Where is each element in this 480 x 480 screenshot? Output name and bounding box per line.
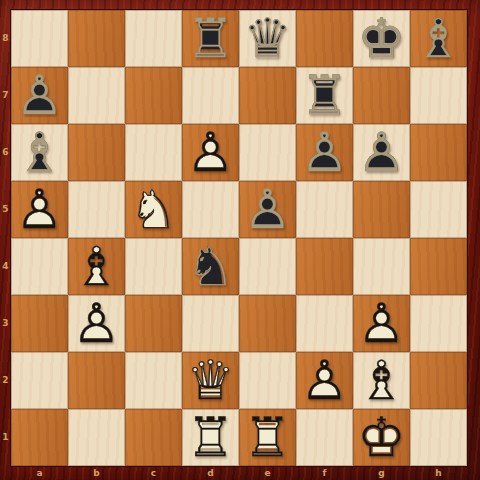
square-a4[interactable] [11,238,68,295]
piece-black-rook: ♜♖ [296,67,353,124]
square-g5[interactable] [353,181,410,238]
piece-black-rook: ♜♖ [182,10,239,67]
square-d6[interactable]: ♟♙ [182,124,239,181]
square-g8[interactable]: ♚♔ [353,10,410,67]
piece-glyph-fill: ♟ [182,124,239,181]
square-a2[interactable] [11,352,68,409]
square-h3[interactable] [410,295,467,352]
square-e2[interactable] [239,352,296,409]
square-b7[interactable] [68,67,125,124]
piece-glyph-fill: ♟ [68,295,125,352]
piece-white-bishop: ♝♗ [353,352,410,409]
piece-glyph-outline: ♙ [11,67,68,124]
piece-glyph-fill: ♜ [239,409,296,466]
square-e4[interactable] [239,238,296,295]
piece-glyph-outline: ♖ [182,409,239,466]
piece-glyph-outline: ♙ [182,124,239,181]
square-a5[interactable]: ♟♙ [11,181,68,238]
square-e7[interactable] [239,67,296,124]
piece-glyph-outline: ♙ [296,124,353,181]
piece-white-queen: ♛♕ [182,352,239,409]
piece-glyph-outline: ♖ [296,67,353,124]
square-c4[interactable] [125,238,182,295]
square-h2[interactable] [410,352,467,409]
square-a1[interactable] [11,409,68,466]
square-h1[interactable] [410,409,467,466]
piece-glyph-outline: ♘ [182,238,239,295]
square-d5[interactable] [182,181,239,238]
piece-glyph-outline: ♙ [353,295,410,352]
piece-white-pawn: ♟♙ [296,352,353,409]
square-c5[interactable]: ♞♘ [125,181,182,238]
piece-glyph-outline: ♗ [68,238,125,295]
piece-glyph-outline: ♖ [239,409,296,466]
piece-glyph-outline: ♙ [239,181,296,238]
piece-white-bishop: ♝♗ [68,238,125,295]
square-e3[interactable] [239,295,296,352]
rank-label-8: 8 [0,32,11,44]
square-a6[interactable]: ♝♗ [11,124,68,181]
piece-glyph-fill: ♞ [125,181,182,238]
square-b4[interactable]: ♝♗ [68,238,125,295]
square-h8[interactable]: ♝♗ [410,10,467,67]
square-h7[interactable] [410,67,467,124]
square-a7[interactable]: ♟♙ [11,67,68,124]
piece-white-pawn: ♟♙ [182,124,239,181]
piece-black-pawn: ♟♙ [239,181,296,238]
piece-glyph-outline: ♔ [353,10,410,67]
piece-black-knight: ♞♘ [182,238,239,295]
square-g3[interactable]: ♟♙ [353,295,410,352]
square-h6[interactable] [410,124,467,181]
square-h4[interactable] [410,238,467,295]
piece-glyph-fill: ♟ [11,67,68,124]
piece-glyph-outline: ♗ [353,352,410,409]
square-f8[interactable] [296,10,353,67]
file-label-a: a [11,467,68,480]
square-f1[interactable] [296,409,353,466]
file-label-e: e [239,467,296,480]
square-c1[interactable] [125,409,182,466]
piece-glyph-outline: ♕ [239,10,296,67]
square-g1[interactable]: ♚♔ [353,409,410,466]
piece-white-pawn: ♟♙ [353,295,410,352]
square-f7[interactable]: ♜♖ [296,67,353,124]
file-label-c: c [125,467,182,480]
square-c2[interactable] [125,352,182,409]
square-c6[interactable] [125,124,182,181]
piece-glyph-fill: ♟ [353,295,410,352]
piece-white-king: ♚♔ [353,409,410,466]
square-b3[interactable]: ♟♙ [68,295,125,352]
square-f2[interactable]: ♟♙ [296,352,353,409]
square-c7[interactable] [125,67,182,124]
piece-glyph-fill: ♝ [410,10,467,67]
board-frame: ♜♖♛♕♚♔♝♗♟♙♜♖♝♗♟♙♟♙♟♙♟♙♞♘♟♙♝♗♞♘♟♙♟♙♛♕♟♙♝♗… [0,0,480,480]
piece-white-pawn: ♟♙ [11,181,68,238]
square-e5[interactable]: ♟♙ [239,181,296,238]
square-b5[interactable] [68,181,125,238]
piece-glyph-fill: ♟ [353,124,410,181]
piece-black-bishop: ♝♗ [11,124,68,181]
rank-label-2: 2 [0,374,11,386]
piece-glyph-outline: ♔ [353,409,410,466]
piece-glyph-fill: ♟ [11,181,68,238]
square-g4[interactable] [353,238,410,295]
piece-glyph-outline: ♗ [410,10,467,67]
square-e1[interactable]: ♜♖ [239,409,296,466]
file-label-d: d [182,467,239,480]
piece-glyph-outline: ♙ [353,124,410,181]
square-f4[interactable] [296,238,353,295]
rank-label-7: 7 [0,89,11,101]
piece-glyph-fill: ♞ [182,238,239,295]
piece-glyph-outline: ♗ [11,124,68,181]
piece-glyph-fill: ♜ [296,67,353,124]
square-b8[interactable] [68,10,125,67]
piece-black-queen: ♛♕ [239,10,296,67]
square-b2[interactable] [68,352,125,409]
square-c3[interactable] [125,295,182,352]
square-e8[interactable]: ♛♕ [239,10,296,67]
piece-glyph-outline: ♙ [11,181,68,238]
square-b6[interactable] [68,124,125,181]
rank-label-4: 4 [0,260,11,272]
piece-black-bishop: ♝♗ [410,10,467,67]
square-f6[interactable]: ♟♙ [296,124,353,181]
piece-glyph-outline: ♖ [182,10,239,67]
piece-glyph-fill: ♛ [182,352,239,409]
file-label-f: f [296,467,353,480]
square-a3[interactable] [11,295,68,352]
square-f5[interactable] [296,181,353,238]
square-b1[interactable] [68,409,125,466]
square-g2[interactable]: ♝♗ [353,352,410,409]
chess-board: ♜♖♛♕♚♔♝♗♟♙♜♖♝♗♟♙♟♙♟♙♟♙♞♘♟♙♝♗♞♘♟♙♟♙♛♕♟♙♝♗… [11,10,467,466]
piece-glyph-fill: ♟ [296,352,353,409]
piece-black-pawn: ♟♙ [353,124,410,181]
square-e6[interactable] [239,124,296,181]
rank-label-6: 6 [0,146,11,158]
piece-glyph-fill: ♚ [353,10,410,67]
rank-label-5: 5 [0,203,11,215]
piece-glyph-outline: ♘ [125,181,182,238]
square-d1[interactable]: ♜♖ [182,409,239,466]
piece-glyph-fill: ♚ [353,409,410,466]
square-d7[interactable] [182,67,239,124]
piece-white-rook: ♜♖ [182,409,239,466]
piece-glyph-outline: ♙ [68,295,125,352]
square-d3[interactable] [182,295,239,352]
piece-black-pawn: ♟♙ [11,67,68,124]
square-d2[interactable]: ♛♕ [182,352,239,409]
piece-glyph-fill: ♛ [239,10,296,67]
square-d8[interactable]: ♜♖ [182,10,239,67]
square-g6[interactable]: ♟♙ [353,124,410,181]
piece-white-knight: ♞♘ [125,181,182,238]
rank-label-3: 3 [0,317,11,329]
piece-glyph-fill: ♟ [296,124,353,181]
piece-glyph-fill: ♝ [353,352,410,409]
piece-black-pawn: ♟♙ [296,124,353,181]
rank-label-1: 1 [0,431,11,443]
piece-black-king: ♚♔ [353,10,410,67]
piece-white-pawn: ♟♙ [68,295,125,352]
piece-glyph-fill: ♝ [68,238,125,295]
square-c8[interactable] [125,10,182,67]
piece-white-rook: ♜♖ [239,409,296,466]
square-f3[interactable] [296,295,353,352]
square-d4[interactable]: ♞♘ [182,238,239,295]
square-a8[interactable] [11,10,68,67]
square-h5[interactable] [410,181,467,238]
piece-glyph-outline: ♙ [296,352,353,409]
file-label-h: h [410,467,467,480]
piece-glyph-fill: ♜ [182,409,239,466]
piece-glyph-outline: ♕ [182,352,239,409]
piece-glyph-fill: ♟ [239,181,296,238]
file-label-g: g [353,467,410,480]
square-g7[interactable] [353,67,410,124]
piece-glyph-fill: ♜ [182,10,239,67]
file-label-b: b [68,467,125,480]
piece-glyph-fill: ♝ [11,124,68,181]
